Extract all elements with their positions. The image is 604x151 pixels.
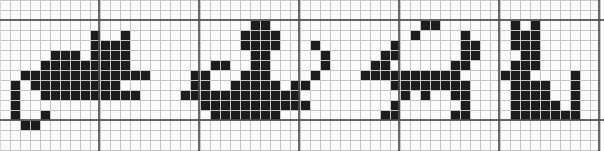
empty-cell xyxy=(21,21,31,31)
empty-cell xyxy=(31,31,41,41)
stitch-cell xyxy=(401,91,411,101)
empty-cell xyxy=(371,21,381,31)
empty-cell xyxy=(341,101,351,111)
empty-cell xyxy=(361,141,371,151)
empty-cell xyxy=(121,1,131,11)
empty-cell xyxy=(41,121,51,131)
empty-cell xyxy=(291,131,301,141)
stitch-cell xyxy=(531,81,541,91)
stitch-cell xyxy=(221,111,231,121)
empty-cell xyxy=(431,11,441,21)
empty-cell xyxy=(581,101,591,111)
empty-cell xyxy=(321,31,331,41)
stitch-cell xyxy=(101,41,111,51)
empty-cell xyxy=(221,121,231,131)
stitch-cell xyxy=(531,101,541,111)
stitch-cell xyxy=(91,81,101,91)
empty-cell xyxy=(101,131,111,141)
empty-cell xyxy=(331,101,341,111)
empty-cell xyxy=(281,21,291,31)
empty-cell xyxy=(191,111,201,121)
empty-cell xyxy=(111,141,121,151)
empty-cell xyxy=(411,131,421,141)
stitch-cell xyxy=(301,81,311,91)
empty-cell xyxy=(521,21,531,31)
empty-cell xyxy=(211,121,221,131)
empty-cell xyxy=(591,91,601,101)
empty-cell xyxy=(561,81,571,91)
empty-cell xyxy=(491,111,501,121)
empty-cell xyxy=(371,121,381,131)
stitch-cell xyxy=(451,91,461,101)
empty-cell xyxy=(491,71,501,81)
empty-cell xyxy=(491,61,501,71)
empty-cell xyxy=(471,61,481,71)
empty-cell xyxy=(291,21,301,31)
stitch-cell xyxy=(231,111,241,121)
empty-cell xyxy=(1,111,11,121)
empty-cell xyxy=(231,71,241,81)
empty-cell xyxy=(51,111,61,121)
empty-cell xyxy=(351,11,361,21)
empty-cell xyxy=(581,21,591,31)
empty-cell xyxy=(291,51,301,61)
empty-cell xyxy=(341,31,351,41)
empty-cell xyxy=(281,71,291,81)
stitch-cell xyxy=(561,111,571,121)
stitch-cell xyxy=(461,81,471,91)
empty-cell xyxy=(161,1,171,11)
stitch-cell xyxy=(511,21,521,31)
empty-cell xyxy=(471,101,481,111)
empty-cell xyxy=(31,101,41,111)
stitch-cell xyxy=(231,81,241,91)
cross-stitch-chart xyxy=(0,0,604,151)
empty-cell xyxy=(151,111,161,121)
empty-cell xyxy=(141,131,151,141)
stitch-cell xyxy=(141,71,151,81)
empty-cell xyxy=(121,101,131,111)
empty-cell xyxy=(301,121,311,131)
empty-cell xyxy=(591,131,601,141)
empty-cell xyxy=(491,91,501,101)
stitch-cell xyxy=(291,101,301,111)
empty-cell xyxy=(161,71,171,81)
empty-cell xyxy=(341,61,351,71)
stitch-cell xyxy=(261,21,271,31)
empty-cell xyxy=(181,41,191,51)
stitch-cell xyxy=(201,71,211,81)
empty-cell xyxy=(141,61,151,71)
stitch-cell xyxy=(271,101,281,111)
empty-cell xyxy=(421,131,431,141)
empty-cell xyxy=(231,41,241,51)
empty-cell xyxy=(51,21,61,31)
empty-cell xyxy=(131,11,141,21)
stitch-cell xyxy=(571,101,581,111)
empty-cell xyxy=(481,41,491,51)
empty-cell xyxy=(261,141,271,151)
empty-cell xyxy=(131,41,141,51)
empty-cell xyxy=(351,31,361,41)
stitch-cell xyxy=(461,51,471,61)
empty-cell xyxy=(41,41,51,51)
empty-cell xyxy=(381,41,391,51)
empty-cell xyxy=(491,41,501,51)
stitch-cell xyxy=(511,91,521,101)
empty-cell xyxy=(241,11,251,21)
empty-cell xyxy=(1,41,11,51)
empty-cell xyxy=(471,111,481,121)
empty-cell xyxy=(451,31,461,41)
empty-cell xyxy=(121,131,131,141)
empty-cell xyxy=(31,11,41,21)
empty-cell xyxy=(401,61,411,71)
empty-cell xyxy=(421,121,431,131)
empty-cell xyxy=(331,121,341,131)
empty-cell xyxy=(261,11,271,21)
empty-cell xyxy=(431,141,441,151)
empty-cell xyxy=(141,51,151,61)
empty-cell xyxy=(111,21,121,31)
empty-cell xyxy=(161,31,171,41)
empty-cell xyxy=(241,141,251,151)
stitch-cell xyxy=(461,61,471,71)
empty-cell xyxy=(381,141,391,151)
empty-cell xyxy=(381,101,391,111)
stitch-cell xyxy=(51,91,61,101)
empty-cell xyxy=(561,71,571,81)
empty-cell xyxy=(201,131,211,141)
empty-cell xyxy=(501,21,511,31)
empty-cell xyxy=(541,41,551,51)
empty-cell xyxy=(481,21,491,31)
empty-cell xyxy=(531,131,541,141)
empty-cell xyxy=(581,41,591,51)
empty-cell xyxy=(11,31,21,41)
empty-cell xyxy=(91,1,101,11)
stitch-cell xyxy=(51,51,61,61)
empty-cell xyxy=(11,41,21,51)
empty-cell xyxy=(351,101,361,111)
empty-cell xyxy=(301,141,311,151)
empty-cell xyxy=(11,21,21,31)
empty-cell xyxy=(181,131,191,141)
empty-cell xyxy=(141,31,151,41)
empty-cell xyxy=(401,41,411,51)
empty-cell xyxy=(361,41,371,51)
empty-cell xyxy=(551,91,561,101)
empty-cell xyxy=(431,111,441,121)
empty-cell xyxy=(381,1,391,11)
empty-cell xyxy=(1,141,11,151)
empty-cell xyxy=(591,31,601,41)
empty-cell xyxy=(1,11,11,21)
empty-cell xyxy=(471,11,481,21)
empty-cell xyxy=(91,11,101,21)
stitch-cell xyxy=(231,91,241,101)
empty-cell xyxy=(321,41,331,51)
empty-cell xyxy=(231,131,241,141)
empty-cell xyxy=(21,91,31,101)
stitch-cell xyxy=(121,71,131,81)
empty-cell xyxy=(311,111,321,121)
empty-cell xyxy=(211,71,221,81)
stitch-cell xyxy=(61,91,71,101)
stitch-cell xyxy=(111,51,121,61)
empty-cell xyxy=(101,31,111,41)
empty-cell xyxy=(361,91,371,101)
empty-cell xyxy=(431,61,441,71)
stitch-cell xyxy=(251,71,261,81)
empty-cell xyxy=(451,121,461,131)
empty-cell xyxy=(451,141,461,151)
empty-cell xyxy=(161,111,171,121)
stitch-cell xyxy=(101,91,111,101)
empty-cell xyxy=(331,1,341,11)
stitch-cell xyxy=(471,41,481,51)
empty-cell xyxy=(581,61,591,71)
empty-cell xyxy=(351,21,361,31)
empty-cell xyxy=(231,51,241,61)
empty-cell xyxy=(471,131,481,141)
empty-cell xyxy=(81,1,91,11)
empty-cell xyxy=(351,1,361,11)
empty-cell xyxy=(551,41,561,51)
empty-cell xyxy=(301,71,311,81)
empty-cell xyxy=(31,41,41,51)
stitch-cell xyxy=(21,121,31,131)
empty-cell xyxy=(591,111,601,121)
empty-cell xyxy=(321,1,331,11)
stitch-cell xyxy=(101,71,111,81)
stitch-cell xyxy=(541,81,551,91)
empty-cell xyxy=(271,51,281,61)
empty-cell xyxy=(261,121,271,131)
empty-cell xyxy=(321,141,331,151)
empty-cell xyxy=(151,41,161,51)
empty-cell xyxy=(401,131,411,141)
empty-cell xyxy=(201,31,211,41)
empty-cell xyxy=(61,21,71,31)
empty-cell xyxy=(191,11,201,21)
empty-cell xyxy=(391,11,401,21)
empty-cell xyxy=(191,141,201,151)
empty-cell xyxy=(41,1,51,11)
empty-cell xyxy=(541,61,551,71)
stitch-cell xyxy=(391,111,401,121)
empty-cell xyxy=(501,101,511,111)
stitch-cell xyxy=(391,41,401,51)
empty-cell xyxy=(501,61,511,71)
empty-cell xyxy=(581,81,591,91)
empty-cell xyxy=(171,31,181,41)
empty-cell xyxy=(371,1,381,11)
empty-cell xyxy=(321,71,331,81)
empty-cell xyxy=(491,81,501,91)
empty-cell xyxy=(351,111,361,121)
stitch-cell xyxy=(81,61,91,71)
empty-cell xyxy=(581,91,591,101)
stitch-cell xyxy=(531,61,541,71)
empty-cell xyxy=(141,11,151,21)
empty-cell xyxy=(311,81,321,91)
empty-cell xyxy=(1,51,11,61)
empty-cell xyxy=(331,31,341,41)
stitch-cell xyxy=(251,61,261,71)
empty-cell xyxy=(151,141,161,151)
empty-cell xyxy=(551,71,561,81)
empty-cell xyxy=(321,121,331,131)
empty-cell xyxy=(511,51,521,61)
empty-cell xyxy=(501,11,511,21)
empty-cell xyxy=(281,11,291,21)
empty-cell xyxy=(131,141,141,151)
empty-cell xyxy=(341,91,351,101)
empty-cell xyxy=(561,121,571,131)
empty-cell xyxy=(171,11,181,21)
empty-cell xyxy=(171,91,181,101)
empty-cell xyxy=(581,71,591,81)
empty-cell xyxy=(161,11,171,21)
empty-cell xyxy=(351,81,361,91)
empty-cell xyxy=(211,51,221,61)
empty-cell xyxy=(341,1,351,11)
empty-cell xyxy=(31,141,41,151)
empty-cell xyxy=(451,51,461,61)
stitch-cell xyxy=(461,101,471,111)
empty-cell xyxy=(221,1,231,11)
stitch-cell xyxy=(531,111,541,121)
empty-cell xyxy=(281,81,291,91)
stitch-cell xyxy=(221,101,231,111)
empty-cell xyxy=(321,11,331,21)
stitch-cell xyxy=(11,111,21,121)
empty-cell xyxy=(541,11,551,21)
empty-cell xyxy=(591,51,601,61)
empty-cell xyxy=(351,71,361,81)
stitch-cell xyxy=(241,91,251,101)
stitch-cell xyxy=(241,81,251,91)
stitch-cell xyxy=(111,91,121,101)
empty-cell xyxy=(581,1,591,11)
stitch-cell xyxy=(571,111,581,121)
empty-cell xyxy=(81,101,91,111)
empty-cell xyxy=(1,101,11,111)
empty-cell xyxy=(121,111,131,121)
empty-cell xyxy=(51,131,61,141)
empty-cell xyxy=(151,131,161,141)
empty-cell xyxy=(11,51,21,61)
empty-cell xyxy=(401,111,411,121)
stitch-cell xyxy=(411,71,421,81)
stitch-cell xyxy=(271,111,281,121)
empty-cell xyxy=(21,1,31,11)
empty-cell xyxy=(441,121,451,131)
empty-cell xyxy=(201,11,211,21)
stitch-cell xyxy=(81,71,91,81)
empty-cell xyxy=(221,11,231,21)
empty-cell xyxy=(361,131,371,141)
empty-cell xyxy=(181,141,191,151)
empty-cell xyxy=(231,61,241,71)
stitch-cell xyxy=(181,91,191,101)
stitch-cell xyxy=(71,91,81,101)
empty-cell xyxy=(31,21,41,31)
empty-cell xyxy=(251,1,261,11)
empty-cell xyxy=(391,121,401,131)
empty-cell xyxy=(221,81,231,91)
empty-cell xyxy=(241,121,251,131)
empty-cell xyxy=(291,1,301,11)
empty-cell xyxy=(211,141,221,151)
stitch-cell xyxy=(91,51,101,61)
empty-cell xyxy=(381,131,391,141)
stitch-cell xyxy=(21,71,31,81)
empty-cell xyxy=(201,141,211,151)
empty-cell xyxy=(301,11,311,21)
empty-cell xyxy=(491,11,501,21)
empty-cell xyxy=(551,51,561,61)
empty-cell xyxy=(401,101,411,111)
stitch-cell xyxy=(251,81,261,91)
empty-cell xyxy=(211,131,221,141)
empty-cell xyxy=(51,1,61,11)
stitch-cell xyxy=(461,91,471,101)
stitch-cell xyxy=(571,91,581,101)
stitch-cell xyxy=(241,31,251,41)
empty-cell xyxy=(271,1,281,11)
empty-cell xyxy=(241,131,251,141)
empty-cell xyxy=(431,121,441,131)
empty-cell xyxy=(461,141,471,151)
empty-cell xyxy=(201,61,211,71)
stitch-cell xyxy=(121,51,131,61)
empty-cell xyxy=(361,121,371,131)
empty-cell xyxy=(431,1,441,11)
empty-cell xyxy=(311,91,321,101)
empty-cell xyxy=(541,51,551,61)
stitch-cell xyxy=(111,81,121,91)
empty-cell xyxy=(51,11,61,21)
stitch-cell xyxy=(11,81,21,91)
empty-cell xyxy=(271,11,281,21)
empty-cell xyxy=(501,51,511,61)
empty-cell xyxy=(51,121,61,131)
empty-cell xyxy=(161,121,171,131)
empty-cell xyxy=(281,31,291,41)
stitch-cell xyxy=(41,71,51,81)
empty-cell xyxy=(191,121,201,131)
stitch-cell xyxy=(251,41,261,51)
empty-cell xyxy=(361,111,371,121)
empty-cell xyxy=(91,21,101,31)
empty-cell xyxy=(11,141,21,151)
empty-cell xyxy=(491,1,501,11)
empty-cell xyxy=(391,31,401,41)
empty-cell xyxy=(121,81,131,91)
empty-cell xyxy=(571,41,581,51)
empty-cell xyxy=(111,11,121,21)
empty-cell xyxy=(591,81,601,91)
empty-cell xyxy=(421,111,431,121)
empty-cell xyxy=(331,141,341,151)
empty-cell xyxy=(471,141,481,151)
empty-cell xyxy=(351,41,361,51)
empty-cell xyxy=(321,101,331,111)
empty-cell xyxy=(221,41,231,51)
empty-cell xyxy=(181,11,191,21)
